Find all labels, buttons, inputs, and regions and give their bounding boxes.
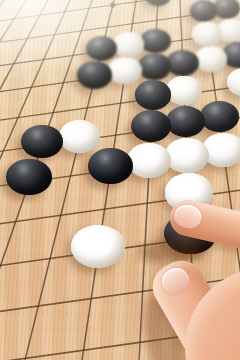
thumb-nail-icon bbox=[157, 263, 193, 298]
white-stone bbox=[166, 76, 202, 105]
black-stone bbox=[6, 159, 52, 196]
black-stone bbox=[200, 101, 239, 132]
black-stone bbox=[131, 110, 171, 142]
fingertip-shadow bbox=[138, 240, 204, 264]
black-stone bbox=[140, 29, 170, 53]
white-stone bbox=[195, 46, 227, 72]
white-stone bbox=[192, 22, 222, 46]
white-stone bbox=[71, 225, 125, 268]
black-stone bbox=[190, 0, 217, 22]
white-stone bbox=[165, 138, 208, 173]
black-stone bbox=[138, 53, 171, 80]
black-stone bbox=[166, 106, 206, 138]
black-stone bbox=[88, 148, 133, 184]
black-stone bbox=[86, 36, 117, 61]
black-stone bbox=[145, 0, 170, 6]
black-stone bbox=[21, 125, 63, 158]
white-stone bbox=[227, 68, 240, 96]
black-stone bbox=[135, 80, 172, 109]
black-stone bbox=[77, 61, 111, 88]
go-board-photo bbox=[0, 0, 240, 360]
black-stone bbox=[213, 0, 240, 19]
white-stone bbox=[113, 32, 144, 57]
white-stone bbox=[127, 143, 171, 178]
white-stone bbox=[108, 57, 142, 84]
white-stone bbox=[59, 120, 100, 153]
fingernail-icon bbox=[172, 202, 203, 230]
black-stone bbox=[166, 50, 199, 76]
